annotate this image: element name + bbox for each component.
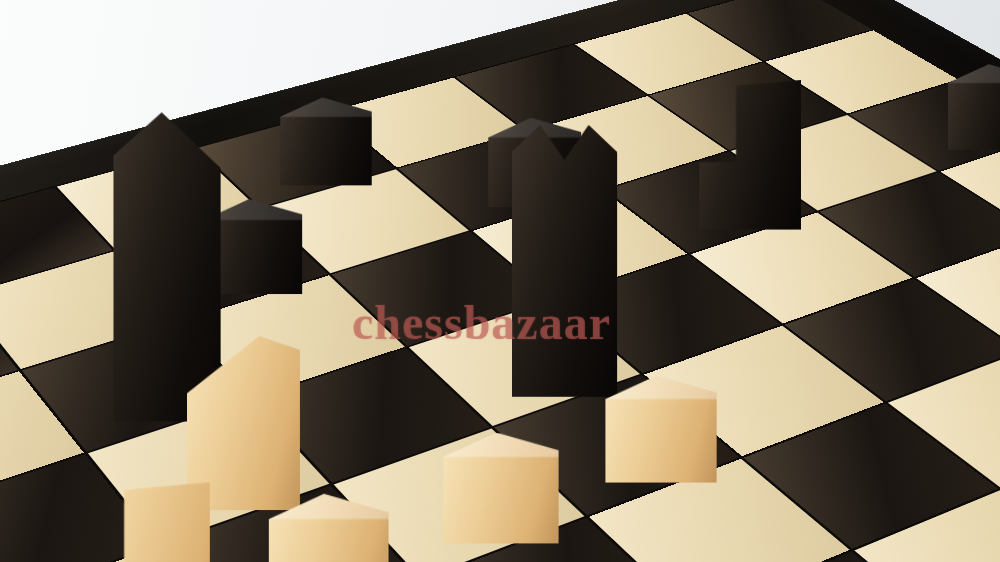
board-frame: ♟♟♟♟♚♞♟♗♛♘♙♙♙♕: [0, 0, 1000, 562]
piece-white-pawn-d4: ♙: [605, 376, 716, 483]
watermark-text: chessbazaar: [352, 299, 611, 347]
piece-black-queen-d5: ♛: [512, 125, 618, 397]
piece-black-king-b6: ♚: [113, 112, 220, 421]
product-photo-stage: ♟♟♟♟♚♞♟♗♛♘♙♙♙♕ chessbazaar: [0, 0, 1000, 562]
board-grid: ♟♟♟♟♚♞♟♗♛♘♙♙♙♕: [0, 0, 1000, 562]
piece-black-pawn-a6: ♟: [0, 371, 51, 478]
pawn-glyph: ♟: [280, 97, 281, 98]
piece-white-pawn-c4: ♙: [443, 433, 558, 544]
piece-black-pawn-h6: ♟: [948, 64, 1000, 150]
pawn-glyph: ♟: [948, 64, 949, 65]
piece-black-pawn-d8: ♟: [280, 97, 371, 185]
king-glyph: ♚: [113, 112, 114, 113]
